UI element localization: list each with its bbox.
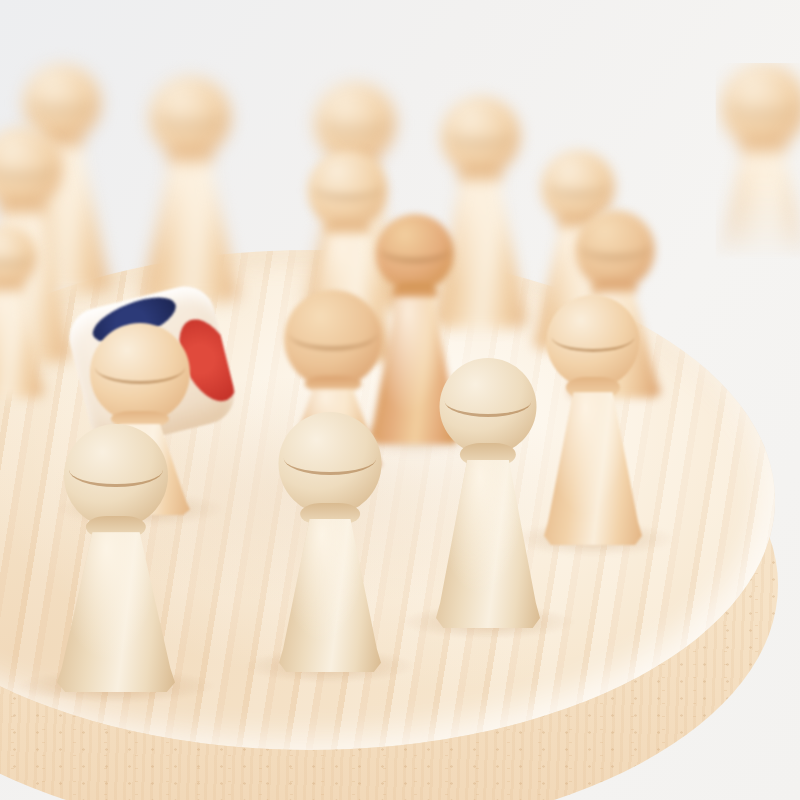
peg-head [149, 76, 231, 158]
peg-head [376, 214, 454, 292]
peg-body [141, 162, 239, 302]
peg-pawn-front-2[interactable] [544, 295, 642, 545]
peg-pawn-back-2[interactable] [141, 76, 239, 302]
peg-head [547, 295, 640, 388]
peg-pawn-front-3[interactable] [57, 424, 175, 692]
peg-body [716, 152, 800, 268]
peg-pawn-back-5[interactable] [716, 63, 800, 268]
peg-pawn-front-4[interactable] [279, 412, 381, 672]
peg-head [279, 412, 382, 515]
peg-head [720, 63, 800, 149]
peg-body [57, 532, 175, 692]
peg-body [436, 460, 540, 628]
peg-pawn-front-1[interactable] [436, 358, 540, 628]
peg-head [0, 226, 37, 288]
peg-head [440, 358, 537, 455]
photo-scene [0, 0, 800, 800]
peg-body [0, 291, 44, 398]
peg-head [64, 424, 168, 528]
peg-pawn-left-2[interactable] [0, 226, 44, 398]
peg-head [575, 210, 655, 290]
peg-body [544, 392, 642, 545]
peg-body [279, 519, 381, 672]
peg-head [284, 290, 382, 388]
peg-head [90, 323, 190, 423]
peg-head [440, 96, 520, 176]
peg-head [0, 127, 63, 209]
